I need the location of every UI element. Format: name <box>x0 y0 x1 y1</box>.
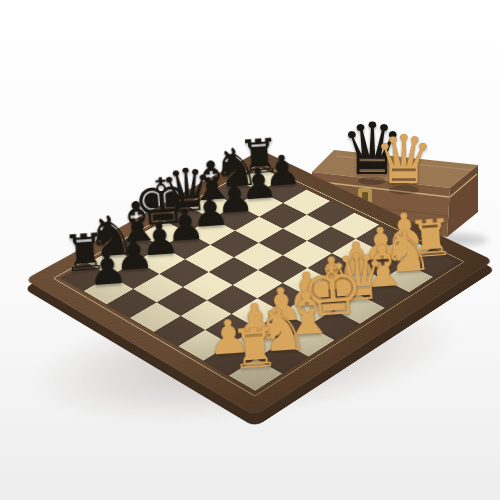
chess-piece-white-rook[interactable]: ♜ <box>213 286 292 377</box>
scene: ♛ ♛ ♜♞♝♛♚♝♞♜♟♟♟♟♟♟♟♟♟♟♟♟♟♟♟♟♜♞♝♛♚♝♞♜ <box>0 0 500 500</box>
chess-piece-black-pawn[interactable]: ♟ <box>69 207 143 292</box>
